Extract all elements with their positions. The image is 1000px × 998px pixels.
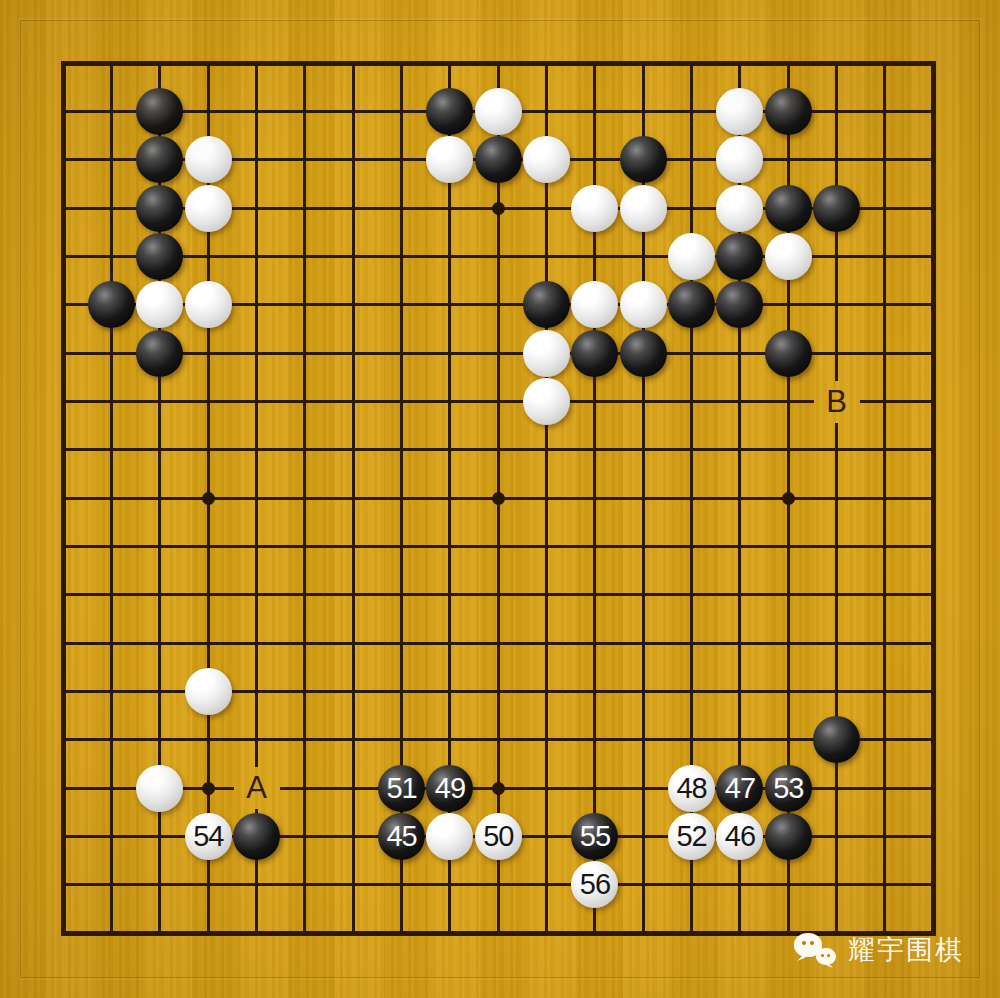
stone-black (136, 185, 183, 232)
stone-white (185, 185, 232, 232)
stone-white: 54 (185, 813, 232, 860)
move-number: 52 (676, 822, 706, 851)
stone-white: 46 (716, 813, 763, 860)
stone-white (523, 330, 570, 377)
stone-black (620, 330, 667, 377)
stone-white (136, 765, 183, 812)
watermark: 耀宇围棋 (794, 932, 964, 968)
stone-white (136, 281, 183, 328)
move-number: 46 (725, 822, 755, 851)
move-number: 54 (193, 822, 223, 851)
stone-black (523, 281, 570, 328)
stone-black (136, 88, 183, 135)
move-number: 49 (435, 774, 465, 803)
stone-black (813, 716, 860, 763)
stone-white (426, 136, 473, 183)
stone-white (185, 136, 232, 183)
move-number: 48 (676, 774, 706, 803)
watermark-text: 耀宇围棋 (848, 932, 964, 968)
point-label-A: A (234, 767, 280, 809)
stone-white (668, 233, 715, 280)
stone-black (813, 185, 860, 232)
move-number: 51 (386, 774, 416, 803)
stone-black: 45 (378, 813, 425, 860)
star-point (492, 782, 505, 795)
stone-white (426, 813, 473, 860)
stone-black (233, 813, 280, 860)
stone-white (765, 233, 812, 280)
stone-black (571, 330, 618, 377)
go-diagram: AB514948475354455055524656 耀宇围棋 (0, 0, 1000, 998)
stone-white (620, 185, 667, 232)
stone-black: 49 (426, 765, 473, 812)
stone-black (426, 88, 473, 135)
grid-line-horizontal (61, 545, 936, 548)
stone-white (185, 668, 232, 715)
grid-line-vertical (545, 61, 548, 936)
stone-black (668, 281, 715, 328)
stone-white: 50 (475, 813, 522, 860)
stone-black: 55 (571, 813, 618, 860)
star-point (782, 492, 795, 505)
star-point (492, 492, 505, 505)
stone-black (716, 233, 763, 280)
move-number: 55 (580, 822, 610, 851)
stone-white (716, 185, 763, 232)
stone-white: 56 (571, 861, 618, 908)
stone-white (571, 185, 618, 232)
stone-black (765, 813, 812, 860)
stone-black (765, 330, 812, 377)
stone-white (716, 136, 763, 183)
wechat-icon (794, 933, 840, 967)
stone-black (716, 281, 763, 328)
stone-black (136, 136, 183, 183)
stone-white (475, 88, 522, 135)
stone-black: 51 (378, 765, 425, 812)
stone-white: 52 (668, 813, 715, 860)
stone-white (523, 378, 570, 425)
stone-black: 53 (765, 765, 812, 812)
point-label-B: B (814, 381, 860, 423)
grid-line-horizontal (61, 883, 936, 886)
stone-black (620, 136, 667, 183)
stone-black (475, 136, 522, 183)
star-point (202, 492, 215, 505)
grid-line-horizontal (61, 738, 936, 741)
move-number: 45 (386, 822, 416, 851)
stone-white (185, 281, 232, 328)
move-number: 47 (725, 774, 755, 803)
grid-line-vertical (931, 61, 936, 936)
stone-black (765, 185, 812, 232)
move-number: 50 (483, 822, 513, 851)
stone-black (88, 281, 135, 328)
stone-black (136, 233, 183, 280)
grid-line-horizontal (61, 642, 936, 645)
star-point (202, 782, 215, 795)
move-number: 53 (773, 774, 803, 803)
stone-white (571, 281, 618, 328)
star-point (492, 202, 505, 215)
stone-white (620, 281, 667, 328)
stone-white: 48 (668, 765, 715, 812)
grid-line-horizontal (61, 593, 936, 596)
stone-white (523, 136, 570, 183)
stone-black (765, 88, 812, 135)
grid-line-vertical (883, 61, 886, 936)
go-board[interactable]: AB514948475354455055524656 (0, 0, 1000, 998)
stone-black: 47 (716, 765, 763, 812)
move-number: 56 (580, 870, 610, 899)
stone-black (136, 330, 183, 377)
stone-white (716, 88, 763, 135)
